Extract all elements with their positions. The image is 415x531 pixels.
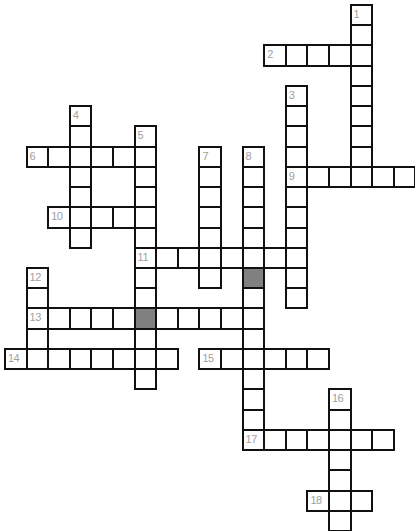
crossword-cell[interactable]: 12 [26,267,50,289]
crossword-cell[interactable] [26,348,50,370]
crossword-cell[interactable] [350,490,374,512]
crossword-cell[interactable] [155,307,179,329]
cell-number-label: 17 [246,434,257,445]
crossword-cell[interactable] [285,267,309,289]
cell-number-label: 14 [8,353,19,364]
crossword-cell[interactable] [242,206,266,228]
crossword-cell[interactable] [134,267,158,289]
crossword-cell[interactable] [242,287,266,309]
cell-number-label: 7 [202,151,208,162]
crossword-cell[interactable] [285,186,309,208]
crossword-cell[interactable] [285,44,309,66]
crossword-cell[interactable] [242,409,266,431]
cell-number-label: 10 [51,211,62,222]
crossword-cell[interactable] [328,166,352,188]
cell-number-label: 12 [30,272,41,283]
crossword-cell[interactable]: 15 [198,348,222,370]
crossword-cell[interactable] [350,166,374,188]
crossword-cell[interactable] [350,146,374,168]
crossword-cell[interactable] [285,206,309,228]
crossword-cell[interactable] [198,166,222,188]
crossword-cell[interactable] [47,307,71,329]
crossword-cell[interactable] [112,206,136,228]
crossword-cell[interactable] [134,287,158,309]
crossword-cell[interactable] [69,166,93,188]
crossword-cell[interactable] [90,146,114,168]
crossword-cell[interactable] [285,105,309,127]
crossword-cell[interactable] [112,348,136,370]
crossword-cell[interactable] [220,348,244,370]
crossword-cell[interactable]: 4 [69,105,93,127]
crossword-cell[interactable] [90,307,114,329]
crossword-blocked-cell[interactable] [134,307,158,329]
crossword-cell[interactable] [69,146,93,168]
crossword-cell[interactable] [328,510,352,531]
crossword-cell[interactable] [220,247,244,269]
crossword-cell[interactable] [134,206,158,228]
crossword-cell[interactable] [69,227,93,249]
crossword-cell[interactable] [306,429,330,451]
crossword-cell[interactable] [263,247,287,269]
crossword-cell[interactable] [350,125,374,147]
crossword-cell[interactable] [69,186,93,208]
crossword-cell[interactable] [47,348,71,370]
crossword-cell[interactable]: 18 [306,490,330,512]
crossword-cell[interactable]: 17 [242,429,266,451]
cell-number-label: 4 [73,110,79,121]
crossword-cell[interactable] [134,227,158,249]
crossword-cell[interactable]: 5 [134,125,158,147]
cell-number-label: 2 [267,49,273,60]
crossword-cell[interactable] [350,44,374,66]
crossword-cell[interactable]: 3 [285,85,309,107]
crossword-cell[interactable]: 13 [26,307,50,329]
crossword-cell[interactable] [328,469,352,491]
crossword-cell[interactable]: 2 [263,44,287,66]
crossword-cell[interactable]: 1 [350,4,374,26]
crossword-page: 123456789101112131415161718 [0,0,415,531]
crossword-cell[interactable] [198,247,222,269]
crossword-cell[interactable] [285,429,309,451]
crossword-cell[interactable] [134,348,158,370]
crossword-cell[interactable] [134,146,158,168]
crossword-cell[interactable] [177,247,201,269]
crossword-cell[interactable] [26,328,50,350]
crossword-cell[interactable] [198,227,222,249]
crossword-cell[interactable] [371,166,395,188]
crossword-cell[interactable] [306,348,330,370]
crossword-cell[interactable] [263,429,287,451]
crossword-cell[interactable] [69,125,93,147]
crossword-cell[interactable] [350,24,374,46]
crossword-cell[interactable] [47,146,71,168]
crossword-cell[interactable]: 6 [26,146,50,168]
cell-number-label: 1 [354,9,360,20]
crossword-cell[interactable] [26,287,50,309]
cell-number-label: 18 [310,495,321,506]
crossword-cell[interactable] [263,348,287,370]
crossword-cell[interactable] [134,368,158,390]
crossword-board: 123456789101112131415161718 [0,0,415,531]
crossword-cell[interactable]: 8 [242,146,266,168]
crossword-cell[interactable]: 16 [328,388,352,410]
crossword-cell[interactable]: 9 [285,166,309,188]
crossword-cell[interactable] [198,307,222,329]
cell-number-label: 13 [30,312,41,323]
crossword-cell[interactable] [155,348,179,370]
crossword-cell[interactable] [285,125,309,147]
crossword-cell[interactable] [328,44,352,66]
crossword-cell[interactable] [350,105,374,127]
crossword-cell[interactable] [328,409,352,431]
crossword-cell[interactable] [285,146,309,168]
crossword-cell[interactable] [285,247,309,269]
crossword-cell[interactable] [306,44,330,66]
crossword-cell[interactable] [69,348,93,370]
crossword-cell[interactable]: 11 [134,247,158,269]
crossword-cell[interactable] [112,146,136,168]
crossword-cell[interactable] [242,166,266,188]
crossword-cell[interactable] [177,307,201,329]
crossword-cell[interactable] [371,429,395,451]
crossword-cell[interactable] [328,490,352,512]
crossword-cell[interactable] [242,348,266,370]
cell-number-label: 11 [138,252,148,263]
cell-number-label: 9 [289,171,295,182]
crossword-cell[interactable]: 10 [47,206,71,228]
cell-number-label: 6 [30,151,36,162]
crossword-cell[interactable]: 7 [198,146,222,168]
crossword-cell[interactable] [134,166,158,188]
crossword-cell[interactable] [90,348,114,370]
crossword-cell[interactable] [328,429,352,451]
crossword-cell[interactable] [328,449,352,471]
crossword-cell[interactable] [350,429,374,451]
crossword-cell[interactable] [198,206,222,228]
crossword-cell[interactable] [242,227,266,249]
crossword-cell[interactable] [112,307,136,329]
crossword-cell[interactable] [242,388,266,410]
crossword-cell[interactable] [285,348,309,370]
crossword-cell[interactable] [69,206,93,228]
crossword-cell[interactable] [242,368,266,390]
crossword-cell[interactable] [155,247,179,269]
cell-number-label: 8 [246,151,252,162]
crossword-cell[interactable] [134,328,158,350]
crossword-cell[interactable] [90,206,114,228]
crossword-cell[interactable]: 14 [4,348,28,370]
crossword-cell[interactable] [242,328,266,350]
crossword-cell[interactable] [134,186,158,208]
crossword-cell[interactable] [198,186,222,208]
crossword-cell[interactable] [393,166,415,188]
crossword-cell[interactable] [198,267,222,289]
cell-number-label: 3 [289,90,295,101]
crossword-cell[interactable] [306,166,330,188]
crossword-cell[interactable] [220,307,244,329]
crossword-cell[interactable] [69,307,93,329]
crossword-cell[interactable] [285,287,309,309]
crossword-cell[interactable] [285,227,309,249]
crossword-cell[interactable] [350,85,374,107]
crossword-blocked-cell[interactable] [242,267,266,289]
cell-number-label: 15 [202,353,213,364]
crossword-cell[interactable] [242,307,266,329]
crossword-cell[interactable] [350,65,374,87]
cell-number-label: 16 [332,393,343,404]
cell-number-label: 5 [138,130,144,141]
crossword-cell[interactable] [242,247,266,269]
crossword-cell[interactable] [242,186,266,208]
